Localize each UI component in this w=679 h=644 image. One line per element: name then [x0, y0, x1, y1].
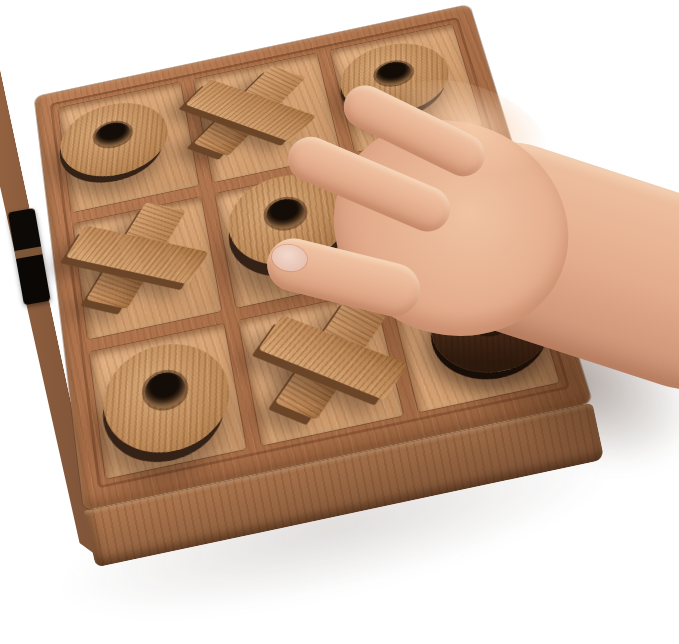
product-photo-scene	[0, 0, 679, 644]
cell-r1c0[interactable]	[73, 197, 222, 339]
piece-o-r0c0[interactable]	[56, 94, 173, 186]
piece-o-r2c0[interactable]	[97, 333, 238, 465]
side-hinge	[8, 208, 51, 305]
piece-x-r1c0[interactable]	[44, 193, 227, 319]
